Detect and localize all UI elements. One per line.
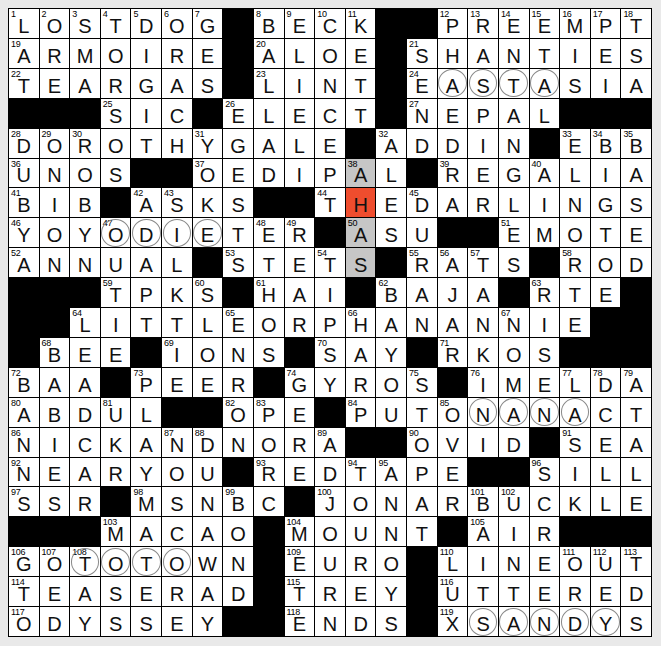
grid-cell-r8c12[interactable]: 50A xyxy=(346,218,376,247)
grid-cell-r14c20[interactable]: C xyxy=(591,398,621,427)
grid-cell-r11c13[interactable]: A xyxy=(376,308,406,337)
grid-cell-r21c17[interactable]: A xyxy=(499,607,529,636)
grid-cell-r20c19[interactable]: R xyxy=(560,577,590,606)
grid-cell-r21c16[interactable]: S xyxy=(468,607,498,636)
grid-cell-r19c17[interactable]: N xyxy=(499,547,529,576)
grid-cell-r9c17[interactable]: S xyxy=(499,248,529,277)
grid-cell-r3c15[interactable]: A xyxy=(438,69,468,98)
grid-cell-r15c6[interactable]: 87N xyxy=(162,428,192,457)
grid-cell-r13c21[interactable]: 79A xyxy=(621,368,651,397)
grid-cell-r4c16[interactable]: P xyxy=(468,99,498,128)
grid-cell-r12c2[interactable]: 68B xyxy=(40,338,70,367)
grid-cell-r6c1[interactable]: 36U xyxy=(9,159,39,188)
grid-cell-r21c1[interactable]: 117O xyxy=(9,607,39,636)
grid-cell-r19c20[interactable]: 112U xyxy=(591,547,621,576)
grid-cell-r14c5[interactable]: L xyxy=(131,398,161,427)
grid-cell-r20c12[interactable]: E xyxy=(346,577,376,606)
grid-cell-r6c19[interactable]: L xyxy=(560,159,590,188)
grid-cell-r6c10[interactable]: I xyxy=(285,159,315,188)
grid-cell-r2c18[interactable]: T xyxy=(530,39,560,68)
grid-cell-r3c5[interactable]: G xyxy=(131,69,161,98)
grid-cell-r16c2[interactable]: E xyxy=(40,458,70,487)
grid-cell-r13c20[interactable]: 78D xyxy=(591,368,621,397)
grid-cell-r7c19[interactable]: N xyxy=(560,188,590,217)
grid-cell-r9c8[interactable]: 53S xyxy=(223,248,253,277)
grid-cell-r11c7[interactable]: L xyxy=(193,308,223,337)
grid-cell-r3c4[interactable]: R xyxy=(101,69,131,98)
grid-cell-r11c10[interactable]: R xyxy=(285,308,315,337)
grid-cell-r21c12[interactable]: D xyxy=(346,607,376,636)
grid-cell-r7c1[interactable]: 41B xyxy=(9,188,39,217)
grid-cell-r1c6[interactable]: 6O xyxy=(162,9,192,38)
grid-cell-r20c7[interactable]: A xyxy=(193,577,223,606)
grid-cell-r5c15[interactable]: D xyxy=(438,129,468,158)
grid-cell-r10c5[interactable]: P xyxy=(131,278,161,307)
grid-cell-r15c20[interactable]: E xyxy=(591,428,621,457)
grid-cell-r8c17[interactable]: 51E xyxy=(499,218,529,247)
grid-cell-r3c18[interactable]: A xyxy=(530,69,560,98)
grid-cell-r10c15[interactable]: J xyxy=(438,278,468,307)
grid-cell-r20c3[interactable]: A xyxy=(70,577,100,606)
grid-cell-r11c6[interactable]: T xyxy=(162,308,192,337)
grid-cell-r1c4[interactable]: 4T xyxy=(101,9,131,38)
grid-cell-r1c9[interactable]: 8B xyxy=(254,9,284,38)
grid-cell-r7c7[interactable]: K xyxy=(193,188,223,217)
grid-cell-r7c14[interactable]: 45D xyxy=(407,188,437,217)
grid-cell-r15c5[interactable]: A xyxy=(131,428,161,457)
grid-cell-r12c17[interactable]: O xyxy=(499,338,529,367)
grid-cell-r5c3[interactable]: 30R xyxy=(70,129,100,158)
grid-cell-r13c16[interactable]: 76I xyxy=(468,368,498,397)
grid-cell-r20c20[interactable]: E xyxy=(591,577,621,606)
grid-cell-r10c20[interactable]: E xyxy=(591,278,621,307)
grid-cell-r2c21[interactable]: S xyxy=(621,39,651,68)
grid-cell-r11c5[interactable]: T xyxy=(131,308,161,337)
grid-cell-r6c18[interactable]: 40A xyxy=(530,159,560,188)
grid-cell-r2c14[interactable]: 21S xyxy=(407,39,437,68)
grid-cell-r8c1[interactable]: 46Y xyxy=(9,218,39,247)
grid-cell-r2c15[interactable]: H xyxy=(438,39,468,68)
grid-cell-r8c7[interactable]: E xyxy=(193,218,223,247)
grid-cell-r6c12[interactable]: 38A xyxy=(346,159,376,188)
grid-cell-r15c7[interactable]: 88D xyxy=(193,428,223,457)
grid-cell-r11c17[interactable]: 67N xyxy=(499,308,529,337)
grid-cell-r6c11[interactable]: P xyxy=(315,159,345,188)
grid-cell-r19c10[interactable]: 109E xyxy=(285,547,315,576)
grid-cell-r3c1[interactable]: 22T xyxy=(9,69,39,98)
grid-cell-r13c5[interactable]: 73P xyxy=(131,368,161,397)
grid-cell-r2c10[interactable]: L xyxy=(285,39,315,68)
grid-cell-r6c4[interactable]: S xyxy=(101,159,131,188)
grid-cell-r19c16[interactable]: I xyxy=(468,547,498,576)
grid-cell-r3c19[interactable]: S xyxy=(560,69,590,98)
grid-cell-r18c14[interactable]: T xyxy=(407,517,437,546)
grid-cell-r1c16[interactable]: 13R xyxy=(468,9,498,38)
grid-cell-r1c2[interactable]: 2O xyxy=(40,9,70,38)
grid-cell-r13c2[interactable]: A xyxy=(40,368,70,397)
grid-cell-r9c10[interactable]: E xyxy=(285,248,315,277)
grid-cell-r8c6[interactable]: I xyxy=(162,218,192,247)
grid-cell-r19c12[interactable]: R xyxy=(346,547,376,576)
grid-cell-r15c10[interactable]: R xyxy=(285,428,315,457)
grid-cell-r5c19[interactable]: 33E xyxy=(560,129,590,158)
grid-cell-r5c1[interactable]: 28D xyxy=(9,129,39,158)
grid-cell-r20c10[interactable]: 115T xyxy=(285,577,315,606)
grid-cell-r11c8[interactable]: 65E xyxy=(223,308,253,337)
grid-cell-r5c8[interactable]: G xyxy=(223,129,253,158)
grid-cell-r1c1[interactable]: 1L xyxy=(9,9,39,38)
grid-cell-r15c11[interactable]: 89A xyxy=(315,428,345,457)
grid-cell-r9c11[interactable]: 54T xyxy=(315,248,345,277)
grid-cell-r5c2[interactable]: 29O xyxy=(40,129,70,158)
grid-cell-r18c8[interactable]: O xyxy=(223,517,253,546)
grid-cell-r9c12[interactable]: S xyxy=(346,248,376,277)
grid-cell-r13c10[interactable]: 74G xyxy=(285,368,315,397)
grid-cell-r3c11[interactable]: N xyxy=(315,69,345,98)
grid-cell-r17c2[interactable]: S xyxy=(40,487,70,516)
grid-cell-r5c13[interactable]: 32A xyxy=(376,129,406,158)
grid-cell-r4c8[interactable]: 26E xyxy=(223,99,253,128)
grid-cell-r20c16[interactable]: T xyxy=(468,577,498,606)
grid-cell-r8c13[interactable]: S xyxy=(376,218,406,247)
grid-cell-r21c11[interactable]: N xyxy=(315,607,345,636)
grid-cell-r16c3[interactable]: A xyxy=(70,458,100,487)
grid-cell-r3c20[interactable]: I xyxy=(591,69,621,98)
grid-cell-r17c5[interactable]: 98M xyxy=(131,487,161,516)
grid-cell-r20c21[interactable]: D xyxy=(621,577,651,606)
grid-cell-r14c2[interactable]: B xyxy=(40,398,70,427)
grid-cell-r3c17[interactable]: T xyxy=(499,69,529,98)
grid-cell-r2c1[interactable]: 19A xyxy=(9,39,39,68)
grid-cell-r8c14[interactable]: U xyxy=(407,218,437,247)
grid-cell-r19c15[interactable]: 110L xyxy=(438,547,468,576)
grid-cell-r12c6[interactable]: 69I xyxy=(162,338,192,367)
grid-cell-r5c6[interactable]: H xyxy=(162,129,192,158)
grid-cell-r5c17[interactable]: N xyxy=(499,129,529,158)
grid-cell-r6c9[interactable]: D xyxy=(254,159,284,188)
grid-cell-r11c18[interactable]: I xyxy=(530,308,560,337)
grid-cell-r15c15[interactable]: V xyxy=(438,428,468,457)
grid-cell-r10c19[interactable]: T xyxy=(560,278,590,307)
grid-cell-r11c9[interactable]: O xyxy=(254,308,284,337)
grid-cell-r3c16[interactable]: S xyxy=(468,69,498,98)
grid-cell-r2c17[interactable]: N xyxy=(499,39,529,68)
grid-cell-r21c13[interactable]: S xyxy=(376,607,406,636)
grid-cell-r9c14[interactable]: 55R xyxy=(407,248,437,277)
grid-cell-r1c5[interactable]: 5D xyxy=(131,9,161,38)
grid-cell-r8c19[interactable]: O xyxy=(560,218,590,247)
grid-cell-r14c19[interactable]: A xyxy=(560,398,590,427)
grid-cell-r2c5[interactable]: I xyxy=(131,39,161,68)
grid-cell-r10c7[interactable]: 60S xyxy=(193,278,223,307)
grid-cell-r18c17[interactable]: I xyxy=(499,517,529,546)
grid-cell-r12c4[interactable]: E xyxy=(101,338,131,367)
grid-cell-r2c4[interactable]: O xyxy=(101,39,131,68)
grid-cell-r18c5[interactable]: A xyxy=(131,517,161,546)
grid-cell-r17c18[interactable]: C xyxy=(530,487,560,516)
grid-cell-r4c10[interactable]: E xyxy=(285,99,315,128)
grid-cell-r1c15[interactable]: 12P xyxy=(438,9,468,38)
grid-cell-r17c13[interactable]: N xyxy=(376,487,406,516)
grid-cell-r4c4[interactable]: 25S xyxy=(101,99,131,128)
grid-cell-r21c5[interactable]: S xyxy=(131,607,161,636)
grid-cell-r4c6[interactable]: C xyxy=(162,99,192,128)
grid-cell-r13c13[interactable]: O xyxy=(376,368,406,397)
grid-cell-r9c19[interactable]: 58R xyxy=(560,248,590,277)
grid-cell-r11c12[interactable]: 66H xyxy=(346,308,376,337)
grid-cell-r1c20[interactable]: 17P xyxy=(591,9,621,38)
grid-cell-r15c14[interactable]: 90O xyxy=(407,428,437,457)
grid-cell-r3c9[interactable]: 23L xyxy=(254,69,284,98)
grid-cell-r2c11[interactable]: O xyxy=(315,39,345,68)
grid-cell-r19c13[interactable]: O xyxy=(376,547,406,576)
grid-cell-r6c20[interactable]: I xyxy=(591,159,621,188)
grid-cell-r16c11[interactable]: D xyxy=(315,458,345,487)
grid-cell-r17c11[interactable]: 100J xyxy=(315,487,345,516)
grid-cell-r5c5[interactable]: T xyxy=(131,129,161,158)
grid-cell-r3c7[interactable]: S xyxy=(193,69,223,98)
grid-cell-r16c4[interactable]: R xyxy=(101,458,131,487)
grid-cell-r15c2[interactable]: I xyxy=(40,428,70,457)
grid-cell-r16c15[interactable]: E xyxy=(438,458,468,487)
grid-cell-r8c10[interactable]: 49R xyxy=(285,218,315,247)
grid-cell-r17c1[interactable]: 97S xyxy=(9,487,39,516)
grid-cell-r10c13[interactable]: 62B xyxy=(376,278,406,307)
grid-cell-r15c8[interactable]: N xyxy=(223,428,253,457)
grid-cell-r5c10[interactable]: L xyxy=(285,129,315,158)
grid-cell-r18c18[interactable]: R xyxy=(530,517,560,546)
grid-cell-r9c20[interactable]: O xyxy=(591,248,621,277)
grid-cell-r17c8[interactable]: 99B xyxy=(223,487,253,516)
grid-cell-r20c2[interactable]: E xyxy=(40,577,70,606)
grid-cell-r1c17[interactable]: 14E xyxy=(499,9,529,38)
grid-cell-r12c9[interactable]: S xyxy=(254,338,284,367)
grid-cell-r5c11[interactable]: E xyxy=(315,129,345,158)
grid-cell-r9c3[interactable]: N xyxy=(70,248,100,277)
grid-cell-r7c18[interactable]: I xyxy=(530,188,560,217)
grid-cell-r17c7[interactable]: N xyxy=(193,487,223,516)
grid-cell-r4c18[interactable]: L xyxy=(530,99,560,128)
grid-cell-r21c6[interactable]: E xyxy=(162,607,192,636)
grid-cell-r19c11[interactable]: U xyxy=(315,547,345,576)
grid-cell-r20c18[interactable]: E xyxy=(530,577,560,606)
grid-cell-r9c1[interactable]: 52A xyxy=(9,248,39,277)
grid-cell-r8c18[interactable]: M xyxy=(530,218,560,247)
grid-cell-r14c4[interactable]: 81U xyxy=(101,398,131,427)
grid-cell-r10c16[interactable]: A xyxy=(468,278,498,307)
grid-cell-r13c12[interactable]: R xyxy=(346,368,376,397)
grid-cell-r3c12[interactable]: T xyxy=(346,69,376,98)
grid-cell-r21c20[interactable]: Y xyxy=(591,607,621,636)
grid-cell-r5c4[interactable]: O xyxy=(101,129,131,158)
grid-cell-r10c9[interactable]: 61H xyxy=(254,278,284,307)
grid-cell-r2c3[interactable]: M xyxy=(70,39,100,68)
grid-cell-r13c14[interactable]: 75S xyxy=(407,368,437,397)
grid-cell-r11c14[interactable]: N xyxy=(407,308,437,337)
grid-cell-r17c9[interactable]: C xyxy=(254,487,284,516)
grid-cell-r15c4[interactable]: K xyxy=(101,428,131,457)
grid-cell-r19c6[interactable]: O xyxy=(162,547,192,576)
grid-cell-r14c14[interactable]: T xyxy=(407,398,437,427)
grid-cell-r17c17[interactable]: 102U xyxy=(499,487,529,516)
grid-cell-r21c21[interactable]: S xyxy=(621,607,651,636)
grid-cell-r19c2[interactable]: 107O xyxy=(40,547,70,576)
grid-cell-r2c12[interactable]: E xyxy=(346,39,376,68)
grid-cell-r9c21[interactable]: D xyxy=(621,248,651,277)
grid-cell-r15c1[interactable]: 86N xyxy=(9,428,39,457)
grid-cell-r7c13[interactable]: E xyxy=(376,188,406,217)
grid-cell-r18c10[interactable]: 104M xyxy=(285,517,315,546)
grid-cell-r3c14[interactable]: 24E xyxy=(407,69,437,98)
grid-cell-r21c4[interactable]: S xyxy=(101,607,131,636)
grid-cell-r1c21[interactable]: 18T xyxy=(621,9,651,38)
grid-cell-r14c17[interactable]: A xyxy=(499,398,529,427)
grid-cell-r17c20[interactable]: L xyxy=(591,487,621,516)
grid-cell-r7c8[interactable]: S xyxy=(223,188,253,217)
grid-cell-r9c9[interactable]: T xyxy=(254,248,284,277)
grid-cell-r1c11[interactable]: 10C xyxy=(315,9,345,38)
grid-cell-r14c18[interactable]: N xyxy=(530,398,560,427)
grid-cell-r12c11[interactable]: 70S xyxy=(315,338,345,367)
grid-cell-r5c14[interactable]: D xyxy=(407,129,437,158)
grid-cell-r7c5[interactable]: 42A xyxy=(131,188,161,217)
grid-cell-r5c16[interactable]: I xyxy=(468,129,498,158)
grid-cell-r4c17[interactable]: A xyxy=(499,99,529,128)
grid-cell-r18c12[interactable]: U xyxy=(346,517,376,546)
grid-cell-r1c19[interactable]: 16M xyxy=(560,9,590,38)
grid-cell-r21c19[interactable]: D xyxy=(560,607,590,636)
grid-cell-r7c11[interactable]: 44T xyxy=(315,188,345,217)
grid-cell-r19c21[interactable]: 113T xyxy=(621,547,651,576)
grid-cell-r16c9[interactable]: 93R xyxy=(254,458,284,487)
grid-cell-r8c3[interactable]: Y xyxy=(70,218,100,247)
grid-cell-r8c2[interactable]: O xyxy=(40,218,70,247)
grid-cell-r10c14[interactable]: A xyxy=(407,278,437,307)
grid-cell-r12c18[interactable]: S xyxy=(530,338,560,367)
grid-cell-r2c20[interactable]: E xyxy=(591,39,621,68)
grid-cell-r16c20[interactable]: L xyxy=(591,458,621,487)
grid-cell-r14c8[interactable]: 82O xyxy=(223,398,253,427)
grid-cell-r21c15[interactable]: 119X xyxy=(438,607,468,636)
grid-cell-r21c10[interactable]: 118E xyxy=(285,607,315,636)
grid-cell-r7c20[interactable]: G xyxy=(591,188,621,217)
grid-cell-r3c6[interactable]: A xyxy=(162,69,192,98)
grid-cell-r4c14[interactable]: 27N xyxy=(407,99,437,128)
grid-cell-r16c12[interactable]: 94T xyxy=(346,458,376,487)
grid-cell-r12c8[interactable]: N xyxy=(223,338,253,367)
grid-cell-r11c11[interactable]: P xyxy=(315,308,345,337)
grid-cell-r20c13[interactable]: Y xyxy=(376,577,406,606)
grid-cell-r6c17[interactable]: G xyxy=(499,159,529,188)
grid-cell-r9c16[interactable]: 57T xyxy=(468,248,498,277)
grid-cell-r10c11[interactable]: I xyxy=(315,278,345,307)
grid-cell-r20c5[interactable]: E xyxy=(131,577,161,606)
grid-cell-r16c18[interactable]: 96S xyxy=(530,458,560,487)
grid-cell-r18c13[interactable]: N xyxy=(376,517,406,546)
grid-cell-r17c3[interactable]: R xyxy=(70,487,100,516)
grid-cell-r17c21[interactable]: E xyxy=(621,487,651,516)
grid-cell-r19c7[interactable]: W xyxy=(193,547,223,576)
grid-cell-r13c3[interactable]: A xyxy=(70,368,100,397)
grid-cell-r13c17[interactable]: M xyxy=(499,368,529,397)
grid-cell-r11c4[interactable]: I xyxy=(101,308,131,337)
grid-cell-r12c15[interactable]: 71R xyxy=(438,338,468,367)
grid-cell-r16c13[interactable]: 95A xyxy=(376,458,406,487)
grid-cell-r8c21[interactable]: E xyxy=(621,218,651,247)
grid-cell-r3c2[interactable]: E xyxy=(40,69,70,98)
grid-cell-r8c5[interactable]: D xyxy=(131,218,161,247)
grid-cell-r15c3[interactable]: C xyxy=(70,428,100,457)
grid-cell-r19c4[interactable]: O xyxy=(101,547,131,576)
grid-cell-r6c13[interactable]: L xyxy=(376,159,406,188)
grid-cell-r13c1[interactable]: 72B xyxy=(9,368,39,397)
grid-cell-r14c15[interactable]: 85O xyxy=(438,398,468,427)
grid-cell-r16c1[interactable]: 92N xyxy=(9,458,39,487)
grid-cell-r6c16[interactable]: E xyxy=(468,159,498,188)
grid-cell-r13c19[interactable]: 77L xyxy=(560,368,590,397)
grid-cell-r13c6[interactable]: E xyxy=(162,368,192,397)
grid-cell-r1c3[interactable]: 3S xyxy=(70,9,100,38)
grid-cell-r16c5[interactable]: Y xyxy=(131,458,161,487)
grid-cell-r2c7[interactable]: E xyxy=(193,39,223,68)
grid-cell-r6c3[interactable]: O xyxy=(70,159,100,188)
grid-cell-r19c5[interactable]: T xyxy=(131,547,161,576)
grid-cell-r19c3[interactable]: 108T xyxy=(70,547,100,576)
grid-cell-r18c4[interactable]: 103M xyxy=(101,517,131,546)
grid-cell-r20c4[interactable]: S xyxy=(101,577,131,606)
grid-cell-r10c18[interactable]: 63R xyxy=(530,278,560,307)
grid-cell-r21c3[interactable]: Y xyxy=(70,607,100,636)
grid-cell-r6c21[interactable]: A xyxy=(621,159,651,188)
grid-cell-r5c7[interactable]: 31Y xyxy=(193,129,223,158)
grid-cell-r2c16[interactable]: A xyxy=(468,39,498,68)
grid-cell-r19c8[interactable]: N xyxy=(223,547,253,576)
grid-cell-r20c15[interactable]: 116U xyxy=(438,577,468,606)
grid-cell-r15c16[interactable]: I xyxy=(468,428,498,457)
grid-cell-r6c7[interactable]: 37O xyxy=(193,159,223,188)
grid-cell-r9c15[interactable]: 56A xyxy=(438,248,468,277)
grid-cell-r14c10[interactable]: E xyxy=(285,398,315,427)
grid-cell-r7c12[interactable]: H xyxy=(346,188,376,217)
grid-cell-r7c2[interactable]: I xyxy=(40,188,70,217)
grid-cell-r9c2[interactable]: N xyxy=(40,248,70,277)
grid-cell-r19c1[interactable]: 106G xyxy=(9,547,39,576)
grid-cell-r12c7[interactable]: O xyxy=(193,338,223,367)
grid-cell-r13c18[interactable]: E xyxy=(530,368,560,397)
grid-cell-r14c1[interactable]: 80A xyxy=(9,398,39,427)
grid-cell-r6c8[interactable]: E xyxy=(223,159,253,188)
grid-cell-r11c16[interactable]: N xyxy=(468,308,498,337)
grid-cell-r7c17[interactable]: L xyxy=(499,188,529,217)
grid-cell-r8c9[interactable]: 48E xyxy=(254,218,284,247)
grid-cell-r2c6[interactable]: R xyxy=(162,39,192,68)
grid-cell-r5c21[interactable]: 35B xyxy=(621,129,651,158)
grid-cell-r8c4[interactable]: 47O xyxy=(101,218,131,247)
grid-cell-r9c4[interactable]: U xyxy=(101,248,131,277)
grid-cell-r21c7[interactable]: Y xyxy=(193,607,223,636)
grid-cell-r10c6[interactable]: K xyxy=(162,278,192,307)
grid-cell-r14c9[interactable]: 83P xyxy=(254,398,284,427)
grid-cell-r10c4[interactable]: 59T xyxy=(101,278,131,307)
grid-cell-r12c12[interactable]: A xyxy=(346,338,376,367)
grid-cell-r6c2[interactable]: N xyxy=(40,159,70,188)
grid-cell-r16c10[interactable]: E xyxy=(285,458,315,487)
grid-cell-r8c20[interactable]: T xyxy=(591,218,621,247)
grid-cell-r4c5[interactable]: I xyxy=(131,99,161,128)
grid-cell-r5c20[interactable]: 34B xyxy=(591,129,621,158)
grid-cell-r18c6[interactable]: C xyxy=(162,517,192,546)
grid-cell-r14c21[interactable]: T xyxy=(621,398,651,427)
